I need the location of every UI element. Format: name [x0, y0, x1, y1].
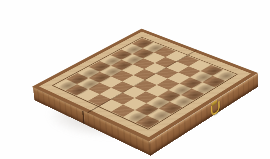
- chess-set-photo: ♜♞♝♚♛♝♞♜♟♟♟♟♟♟♟♟♟♟♟♟♟♟♟♟♜♞♝♚♛♝♞♜: [0, 0, 270, 159]
- chess-piece-glyph: ♟: [105, 54, 117, 72]
- board-top: ♜♞♝♚♛♝♞♜♟♟♟♟♟♟♟♟♟♟♟♟♟♟♟♟♜♞♝♚♛♝♞♜: [32, 29, 258, 142]
- chess-piece-glyph: ♜: [140, 99, 155, 122]
- chess-piece-glyph: ♟: [127, 42, 139, 60]
- chess-piece-glyph: ♟: [71, 72, 83, 91]
- brass-clasp: [209, 99, 219, 118]
- chess-piece-glyph: ♟: [116, 48, 128, 66]
- chess-piece-glyph: ♟: [137, 36, 149, 54]
- chess-board: ♜♞♝♚♛♝♞♜♟♟♟♟♟♟♟♟♟♟♟♟♟♟♟♟♜♞♝♚♛♝♞♜: [32, 29, 258, 142]
- clasp-plate: [211, 100, 216, 107]
- scene-3d: ♜♞♝♚♛♝♞♜♟♟♟♟♟♟♟♟♟♟♟♟♟♟♟♟♜♞♝♚♛♝♞♜: [0, 0, 270, 159]
- fold-seam-notch: [82, 110, 85, 124]
- chess-piece-glyph: ♟: [94, 60, 106, 79]
- chess-piece-glyph: ♟: [148, 31, 160, 49]
- clasp-loop-icon: [211, 101, 220, 117]
- chess-piece-glyph: ♟: [82, 66, 94, 85]
